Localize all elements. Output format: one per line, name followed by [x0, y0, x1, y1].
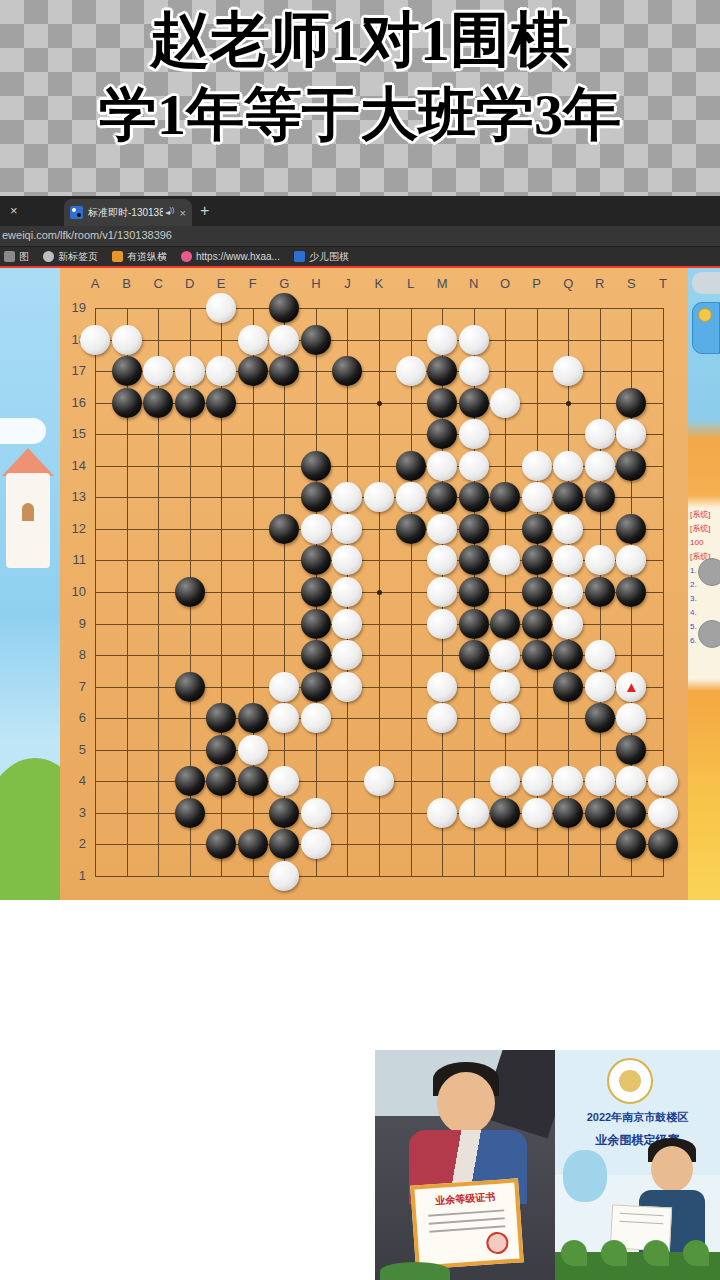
stone-black[interactable] [269, 293, 299, 323]
stone-black[interactable] [238, 829, 268, 859]
board-row-label: 1 [60, 868, 86, 883]
stone-black[interactable] [301, 325, 331, 355]
stone-white[interactable] [616, 703, 646, 733]
stone-black[interactable] [585, 703, 615, 733]
board-row-label: 19 [60, 300, 86, 315]
bookmark-item[interactable]: 有道纵横 [112, 250, 167, 264]
screen: 赵老师1对1围棋 学1年等于大班学3年 × 标准即时-130138396 × +… [0, 0, 720, 1280]
stone-black[interactable] [427, 356, 457, 386]
stone-white[interactable] [427, 672, 457, 702]
stone-white[interactable] [143, 356, 173, 386]
stone-white[interactable] [490, 703, 520, 733]
stone-black[interactable] [206, 829, 236, 859]
stone-white[interactable] [206, 293, 236, 323]
board-column-label: S [621, 276, 641, 291]
chat-line: 100 [690, 536, 720, 550]
stone-black[interactable] [301, 545, 331, 575]
red-stamp [486, 1231, 509, 1254]
sidebar-blue-button[interactable] [692, 302, 720, 354]
stone-black[interactable] [522, 545, 552, 575]
stone-white[interactable] [206, 356, 236, 386]
stone-white[interactable] [585, 451, 615, 481]
stone-white[interactable] [238, 325, 268, 355]
stone-white[interactable] [585, 766, 615, 796]
grass-hill-decoration [0, 758, 60, 900]
last-move-triangle-marker: ▲ [616, 672, 646, 702]
stone-black[interactable] [238, 703, 268, 733]
board-column-label: O [495, 276, 515, 291]
stone-black[interactable] [206, 388, 236, 418]
close-icon[interactable]: × [10, 203, 18, 218]
stone-black[interactable] [301, 672, 331, 702]
stone-black[interactable] [490, 482, 520, 512]
bookmark-item[interactable]: https://www.hxaa... [181, 251, 280, 262]
board-column-label: M [432, 276, 452, 291]
stone-black[interactable] [206, 735, 236, 765]
chat-line: 4. [690, 606, 720, 620]
board-row-label: 5 [60, 742, 86, 757]
stone-white[interactable] [238, 735, 268, 765]
address-bar[interactable]: eweiqi.com/lfk/room/v1/130138396 [0, 226, 720, 247]
stone-white[interactable] [553, 609, 583, 639]
board-column-label: R [590, 276, 610, 291]
certificate: 业余等级证书 [410, 1178, 524, 1269]
chat-panel[interactable]: [系统][系统]100[系统]1.2.3.4.5.6. [690, 508, 720, 680]
stone-black[interactable] [175, 798, 205, 828]
stone-white[interactable] [332, 577, 362, 607]
stone-black[interactable] [616, 514, 646, 544]
stone-black[interactable] [175, 388, 205, 418]
stone-black[interactable] [206, 766, 236, 796]
stone-white[interactable] [427, 545, 457, 575]
stone-white[interactable] [616, 545, 646, 575]
stone-white[interactable] [301, 829, 331, 859]
stone-white[interactable] [648, 766, 678, 796]
board-column-label: E [211, 276, 231, 291]
board-column-label: D [180, 276, 200, 291]
stone-black[interactable] [522, 514, 552, 544]
board-column-label: A [85, 276, 105, 291]
stone-white[interactable] [269, 861, 299, 891]
stone-black[interactable] [301, 609, 331, 639]
video-frame-child-in-car: 业余等级证书 [375, 1050, 555, 1280]
stone-white[interactable] [427, 703, 457, 733]
stone-white[interactable] [269, 325, 299, 355]
stone-white[interactable] [522, 798, 552, 828]
castle-window-decoration [22, 503, 34, 521]
stone-black[interactable] [616, 388, 646, 418]
board-row-label: 11 [60, 552, 86, 567]
stone-black[interactable] [332, 356, 362, 386]
stone-white[interactable] [490, 545, 520, 575]
stone-white[interactable] [648, 798, 678, 828]
stone-black[interactable] [301, 451, 331, 481]
stone-white[interactable] [553, 514, 583, 544]
stone-black[interactable] [269, 829, 299, 859]
stone-black[interactable] [585, 577, 615, 607]
board-grid-line [95, 750, 664, 751]
stone-black[interactable] [269, 514, 299, 544]
stone-white[interactable] [553, 451, 583, 481]
stone-white[interactable] [301, 798, 331, 828]
stone-black[interactable] [616, 577, 646, 607]
board-column-label: N [464, 276, 484, 291]
stone-black[interactable] [143, 388, 173, 418]
stone-black[interactable] [616, 451, 646, 481]
stone-black[interactable] [553, 640, 583, 670]
poster-line1: 2022年南京市鼓楼区 [555, 1110, 720, 1125]
stone-white[interactable] [490, 640, 520, 670]
stone-black[interactable] [269, 356, 299, 386]
kids-app-background [0, 268, 60, 900]
board-column-label: G [274, 276, 294, 291]
board-grid-line [411, 308, 412, 876]
stone-black[interactable] [459, 514, 489, 544]
board-column-label: Q [558, 276, 578, 291]
stone-white[interactable] [80, 325, 110, 355]
board-row-label: 9 [60, 616, 86, 631]
stone-white[interactable] [112, 325, 142, 355]
banner-title-line1: 赵老师1对1围棋 [0, 0, 720, 81]
stone-white[interactable] [332, 482, 362, 512]
stone-white[interactable] [490, 766, 520, 796]
stone-black[interactable] [459, 482, 489, 512]
board-column-label: C [148, 276, 168, 291]
plants-decoration [555, 1252, 720, 1280]
stone-white[interactable] [585, 672, 615, 702]
stone-black[interactable] [175, 766, 205, 796]
child-face [651, 1146, 693, 1192]
board-row-label: 4 [60, 773, 86, 788]
stone-black[interactable] [238, 356, 268, 386]
board-row-label: 7 [60, 679, 86, 694]
chat-line: [系统] [690, 522, 720, 536]
stone-white[interactable]: ▲ [616, 672, 646, 702]
coin-icon [698, 308, 712, 322]
tab-strip: × 标准即时-130138396 × + [0, 196, 720, 226]
stone-white[interactable] [553, 577, 583, 607]
stone-white[interactable] [332, 609, 362, 639]
blue-go-board-icon [294, 251, 305, 262]
stone-black[interactable] [112, 388, 142, 418]
stone-white[interactable] [396, 356, 426, 386]
bookmark-label: 新标签页 [58, 250, 98, 264]
stone-black[interactable] [459, 577, 489, 607]
stone-white[interactable] [301, 514, 331, 544]
go-board-favicon-icon [70, 206, 83, 219]
stone-white[interactable] [427, 609, 457, 639]
bookmark-item[interactable]: 图 [4, 250, 29, 264]
stone-black[interactable] [616, 798, 646, 828]
stone-white[interactable] [332, 672, 362, 702]
chat-line: 3. [690, 592, 720, 606]
stone-white[interactable] [522, 451, 552, 481]
stone-white[interactable] [522, 482, 552, 512]
stone-white[interactable] [332, 640, 362, 670]
stone-white[interactable] [459, 419, 489, 449]
globe-icon [43, 251, 54, 262]
board-row-label: 14 [60, 458, 86, 473]
mascot-decoration [563, 1150, 607, 1202]
board-grid-line [95, 844, 664, 845]
orange-square-icon [112, 251, 123, 262]
stone-white[interactable] [364, 482, 394, 512]
browser-tab[interactable]: 标准即时-130138396 × [64, 199, 192, 226]
stone-white[interactable] [427, 451, 457, 481]
star-point [566, 401, 571, 406]
board-column-label: F [243, 276, 263, 291]
plants-decoration [380, 1262, 450, 1280]
sidebar-round-button[interactable] [698, 620, 720, 648]
board-row-label: 13 [60, 489, 86, 504]
board-column-label: T [653, 276, 673, 291]
board-column-label: H [306, 276, 326, 291]
stone-black[interactable] [301, 577, 331, 607]
stone-white[interactable] [459, 451, 489, 481]
sidebar-round-button[interactable] [698, 558, 720, 586]
stone-white[interactable] [269, 672, 299, 702]
stone-black[interactable] [490, 609, 520, 639]
board-column-label: B [117, 276, 137, 291]
stone-black[interactable] [175, 672, 205, 702]
board-grid-line [95, 718, 664, 719]
pink-profile-icon [181, 251, 192, 262]
stone-white[interactable] [490, 388, 520, 418]
board-column-label: L [401, 276, 421, 291]
stone-black[interactable] [459, 545, 489, 575]
sidebar-grey-tab[interactable] [692, 272, 720, 294]
video-title-banner: 赵老师1对1围棋 学1年等于大班学3年 [0, 0, 720, 196]
stone-white[interactable] [427, 577, 457, 607]
stone-white[interactable] [332, 514, 362, 544]
stone-white[interactable] [332, 545, 362, 575]
board-grid-line [95, 876, 664, 877]
banner-title-line2: 学1年等于大班学3年 [0, 76, 720, 154]
castle-roof-decoration [2, 448, 54, 476]
certificate-text-line [428, 1209, 504, 1216]
stone-white[interactable] [553, 545, 583, 575]
bookmark-label: 有道纵横 [127, 250, 167, 264]
tournament-badge-icon [607, 1058, 653, 1104]
stone-black[interactable] [427, 388, 457, 418]
stone-white[interactable] [522, 766, 552, 796]
certificate-title: 业余等级证书 [415, 1189, 516, 1210]
stone-black[interactable] [427, 482, 457, 512]
board-row-label: 15 [60, 426, 86, 441]
board-row-label: 16 [60, 395, 86, 410]
board-row-label: 10 [60, 584, 86, 599]
stone-white[interactable] [427, 514, 457, 544]
stone-black[interactable] [490, 798, 520, 828]
stone-black[interactable] [616, 829, 646, 859]
stone-white[interactable] [427, 325, 457, 355]
stone-black[interactable] [648, 829, 678, 859]
certificate-text-line [429, 1217, 505, 1224]
video-frame-award-poster: 2022年南京市鼓楼区 业余围棋定级赛 [555, 1050, 720, 1280]
board-column-label: P [527, 276, 547, 291]
stone-black[interactable] [269, 798, 299, 828]
stone-white[interactable] [427, 798, 457, 828]
stone-white[interactable] [459, 798, 489, 828]
new-tab-button[interactable]: + [200, 202, 209, 220]
stone-white[interactable] [553, 766, 583, 796]
stone-white[interactable] [585, 545, 615, 575]
stone-black[interactable] [553, 798, 583, 828]
board-column-label: K [369, 276, 389, 291]
stone-black[interactable] [112, 356, 142, 386]
stone-black[interactable] [553, 672, 583, 702]
grey-square-icon [4, 251, 15, 262]
tab-close-icon[interactable]: × [180, 207, 186, 219]
stone-black[interactable] [522, 609, 552, 639]
stone-black[interactable] [396, 451, 426, 481]
stone-white[interactable] [269, 766, 299, 796]
stone-white[interactable] [553, 356, 583, 386]
board-row-label: 17 [60, 363, 86, 378]
stone-white[interactable] [269, 703, 299, 733]
stone-black[interactable] [396, 514, 426, 544]
stone-black[interactable] [427, 419, 457, 449]
bookmark-item[interactable]: 新标签页 [43, 250, 98, 264]
stone-black[interactable] [585, 798, 615, 828]
speaker-icon [165, 208, 175, 218]
stone-black[interactable] [301, 640, 331, 670]
stone-black[interactable] [206, 703, 236, 733]
stone-black[interactable] [301, 482, 331, 512]
bookmarks-bar: 图 新标签页 有道纵横 https://www.hxaa... 少儿围棋 [0, 247, 720, 266]
board-row-label: 3 [60, 805, 86, 820]
stone-black[interactable] [459, 609, 489, 639]
star-point [377, 401, 382, 406]
stone-white[interactable] [616, 766, 646, 796]
chat-line: [系统] [690, 508, 720, 522]
stone-black[interactable] [585, 482, 615, 512]
star-point [377, 590, 382, 595]
board-row-label: 8 [60, 647, 86, 662]
stone-white[interactable] [459, 356, 489, 386]
tab-title: 标准即时-130138396 [88, 206, 163, 220]
board-row-label: 12 [60, 521, 86, 536]
stone-white[interactable] [585, 419, 615, 449]
stone-white[interactable] [616, 419, 646, 449]
go-board[interactable]: ABCDEFGHJKLMNOPQRST191817161514131211109… [60, 268, 690, 900]
stone-white[interactable] [490, 672, 520, 702]
stone-white[interactable] [585, 640, 615, 670]
stone-black[interactable] [175, 577, 205, 607]
stone-black[interactable] [522, 640, 552, 670]
stone-white[interactable] [396, 482, 426, 512]
board-row-label: 2 [60, 836, 86, 851]
stone-white[interactable] [301, 703, 331, 733]
board-column-label: J [337, 276, 357, 291]
child-face [437, 1072, 495, 1134]
stone-black[interactable] [459, 640, 489, 670]
stone-white[interactable] [459, 325, 489, 355]
browser-chrome: × 标准即时-130138396 × + eweiqi.com/lfk/room… [0, 196, 720, 266]
stone-black[interactable] [459, 388, 489, 418]
stone-black[interactable] [238, 766, 268, 796]
stone-white[interactable] [364, 766, 394, 796]
cloud-decoration [0, 418, 46, 444]
bookmark-item[interactable]: 少儿围棋 [294, 250, 349, 264]
stone-black[interactable] [553, 482, 583, 512]
bookmark-label: https://www.hxaa... [196, 251, 280, 262]
url-text[interactable]: eweiqi.com/lfk/room/v1/130138396 [2, 229, 172, 241]
bookmark-label: 少儿围棋 [309, 250, 349, 264]
stone-black[interactable] [522, 577, 552, 607]
bookmark-label: 图 [19, 250, 29, 264]
board-row-label: 6 [60, 710, 86, 725]
stone-black[interactable] [616, 735, 646, 765]
right-sidebar: [系统][系统]100[系统]1.2.3.4.5.6. [688, 268, 720, 900]
stone-white[interactable] [175, 356, 205, 386]
